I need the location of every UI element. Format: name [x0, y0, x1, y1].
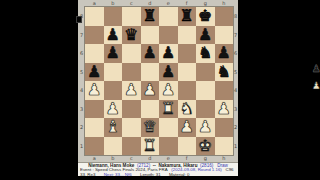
rank-label-left-1: 1 [78, 137, 85, 156]
black-queen-c7: ♛ [124, 26, 138, 44]
file-label-bottom-h: h [215, 155, 234, 162]
file-label-bottom-b: b [104, 155, 123, 162]
square-h2[interactable] [215, 118, 234, 137]
square-h8[interactable] [215, 7, 234, 26]
square-b2[interactable]: ♝ [104, 118, 123, 137]
rank-label-left-6: 6 [78, 44, 85, 63]
rank-label-left-4: 4 [78, 81, 85, 100]
square-a1[interactable] [85, 137, 104, 156]
rank-labels-left: 87654321 [78, 7, 85, 155]
white-pawn-f2: ♟ [180, 118, 194, 136]
file-labels-bottom: abcdefgh [85, 155, 233, 162]
white-pawn-icon: ♟ [312, 81, 320, 91]
rank-label-right-3: 3 [233, 100, 238, 119]
white-pawn-e4: ♟ [161, 81, 175, 99]
square-g7[interactable]: ♟ [196, 26, 215, 45]
white-rook-d1: ♜ [143, 137, 157, 155]
file-label-bottom-a: a [85, 155, 104, 162]
square-e5[interactable]: ♟ [159, 63, 178, 82]
square-f7[interactable] [178, 26, 197, 45]
square-d7[interactable] [141, 26, 160, 45]
black-rook-d8: ♜ [143, 7, 157, 25]
square-f1[interactable] [178, 137, 197, 156]
square-d3[interactable] [141, 100, 160, 119]
square-e3[interactable]: ♜ [159, 100, 178, 119]
square-h6[interactable]: ♟ [215, 44, 234, 63]
square-a7[interactable] [85, 26, 104, 45]
square-c7[interactable]: ♛ [122, 26, 141, 45]
square-g1[interactable]: ♚ [196, 137, 215, 156]
white-pawn-g2: ♟ [198, 118, 212, 136]
rank-label-left-5: 5 [78, 63, 85, 82]
square-d2[interactable]: ♛ [141, 118, 160, 137]
last-move: 33. Re3 [80, 173, 95, 178]
black-knight-g6: ♞ [198, 44, 212, 62]
file-label-bottom-f: f [178, 155, 197, 162]
rank-label-left-7: 7 [78, 26, 85, 45]
white-pawn-h3: ♟ [217, 100, 231, 118]
square-f8[interactable]: ♜ [178, 7, 197, 26]
black-pawn-b7: ♟ [106, 26, 120, 44]
black-pawn-e5: ♟ [161, 63, 175, 81]
square-a5[interactable]: ♟ [85, 63, 104, 82]
square-f5[interactable] [178, 63, 197, 82]
square-c4[interactable]: ♟ [122, 81, 141, 100]
black-king-g8: ♚ [198, 7, 212, 25]
rank-labels-right: 87654321 [233, 7, 238, 155]
move-info-line: 33. Re3 Next: 33... Nf6 Length: 31 Mater… [78, 173, 238, 178]
rank-label-left-2: 2 [78, 118, 85, 137]
black-pawn-e6: ♟ [161, 44, 175, 62]
file-label-top-h: h [215, 0, 234, 7]
square-a6[interactable] [85, 44, 104, 63]
square-c3[interactable] [122, 100, 141, 119]
square-h1[interactable] [215, 137, 234, 156]
square-d6[interactable]: ♟ [141, 44, 160, 63]
square-g2[interactable]: ♟ [196, 118, 215, 137]
white-king-g1: ♚ [198, 137, 212, 155]
square-g6[interactable]: ♞ [196, 44, 215, 63]
square-a2[interactable] [85, 118, 104, 137]
square-f4[interactable] [178, 81, 197, 100]
square-c5[interactable] [122, 63, 141, 82]
square-f2[interactable]: ♟ [178, 118, 197, 137]
square-g3[interactable] [196, 100, 215, 119]
square-e7[interactable] [159, 26, 178, 45]
rank-label-right-7: 7 [233, 26, 238, 45]
next-move: Next: 33... Nf6 [104, 173, 132, 178]
square-c1[interactable] [122, 137, 141, 156]
square-h7[interactable] [215, 26, 234, 45]
white-pawn-c4: ♟ [124, 81, 138, 99]
square-h3[interactable]: ♟ [215, 100, 234, 119]
white-pawn-a4: ♟ [87, 81, 101, 99]
white-knight-f3: ♞ [180, 100, 194, 118]
rank-label-right-2: 2 [233, 118, 238, 137]
black-pawn-b6: ♟ [106, 44, 120, 62]
white-pawn-b3: ♟ [106, 100, 120, 118]
video-frame: { "game": "chess", "position": { "fen": … [0, 0, 320, 180]
file-label-bottom-d: d [141, 155, 160, 162]
captured-material-tray: ♟ ♟ [311, 60, 320, 100]
square-e2[interactable] [159, 118, 178, 137]
black-pawn-g7: ♟ [198, 26, 212, 44]
file-label-top-a: a [85, 0, 104, 7]
square-b1[interactable] [104, 137, 123, 156]
square-b8[interactable] [104, 7, 123, 26]
file-label-bottom-e: e [159, 155, 178, 162]
square-b4[interactable] [104, 81, 123, 100]
square-c2[interactable] [122, 118, 141, 137]
square-b5[interactable] [104, 63, 123, 82]
black-pawn-icon: ♟ [312, 64, 320, 74]
square-d8[interactable]: ♜ [141, 7, 160, 26]
white-rook-e3: ♜ [161, 100, 175, 118]
white-bishop-b2: ♝ [106, 118, 120, 136]
black-pawn-a5: ♟ [87, 63, 101, 81]
rank-label-right-4: 4 [233, 81, 238, 100]
rank-label-right-6: 6 [233, 44, 238, 63]
file-label-top-e: e [159, 0, 178, 7]
white-queen-d2: ♛ [143, 118, 157, 136]
file-label-top-c: c [122, 0, 141, 7]
square-e8[interactable] [159, 7, 178, 26]
file-label-bottom-g: g [196, 155, 215, 162]
black-pawn-d6: ♟ [143, 44, 157, 62]
game-info-footer: Niemann, Hans Moke (2712) -- Nakamura, H… [78, 162, 238, 176]
game-length: Length: 31 [140, 173, 161, 178]
square-a3[interactable] [85, 100, 104, 119]
eco-code: C96 [226, 167, 234, 172]
square-g4[interactable] [196, 81, 215, 100]
file-label-top-b: b [104, 0, 123, 7]
rank-label-right-5: 5 [233, 63, 238, 82]
square-f3[interactable]: ♞ [178, 100, 197, 119]
file-label-bottom-c: c [122, 155, 141, 162]
chess-board[interactable]: ♜♜♚♟♛♟♟♟♟♞♟♟♟♞♟♟♟♟♟♜♞♟♝♛♟♟♜♚ [85, 7, 233, 155]
square-c6[interactable] [122, 44, 141, 63]
square-a8[interactable] [85, 7, 104, 26]
square-d5[interactable] [141, 63, 160, 82]
square-b3[interactable]: ♟ [104, 100, 123, 119]
square-e4[interactable]: ♟ [159, 81, 178, 100]
white-pawn-d4: ♟ [143, 81, 157, 99]
material-balance: Material: 0 [169, 173, 190, 178]
square-a4[interactable]: ♟ [85, 81, 104, 100]
square-e6[interactable]: ♟ [159, 44, 178, 63]
rank-label-left-3: 3 [78, 100, 85, 119]
side-to-move-indicator [76, 16, 82, 23]
black-pawn-h6: ♟ [217, 44, 231, 62]
square-e1[interactable] [159, 137, 178, 156]
square-d1[interactable]: ♜ [141, 137, 160, 156]
square-b6[interactable]: ♟ [104, 44, 123, 63]
black-rook-f8: ♜ [180, 7, 194, 25]
square-b7[interactable]: ♟ [104, 26, 123, 45]
square-f6[interactable] [178, 44, 197, 63]
square-c8[interactable] [122, 7, 141, 26]
black-knight-h5: ♞ [217, 63, 231, 81]
chess-gui-panel: abcdefgh 87654321 ♜♜♚♟♛♟♟♟♟♞♟♟♟♞♟♟♟♟♟♜♞♟… [78, 0, 238, 176]
rank-label-right-8: 8 [233, 7, 238, 26]
square-h5[interactable]: ♞ [215, 63, 234, 82]
square-d4[interactable]: ♟ [141, 81, 160, 100]
square-h4[interactable] [215, 81, 234, 100]
square-g8[interactable]: ♚ [196, 7, 215, 26]
rank-label-right-1: 1 [233, 137, 238, 156]
square-g5[interactable] [196, 63, 215, 82]
